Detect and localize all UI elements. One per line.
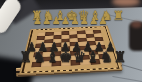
dark-chess-piece: ♛: [73, 45, 86, 65]
gold-pawn-rank-row: ♟♟♟♟♟♟♟♟: [33, 13, 108, 26]
dark-chess-piece: ♜: [113, 45, 126, 65]
gold-chess-piece: ♟: [89, 13, 98, 26]
dark-object-highlight: [131, 21, 142, 28]
gold-chess-piece: ♜: [113, 2, 125, 22]
gold-chess-piece: ♟: [33, 13, 42, 26]
photo-scene: ♜♞♝♚♛♝♞♜ ♟♟♟♟♟♟♟♟ ♟♟♟♟♟♟♟♟ ♜♞♝♚♛♝♞♜ Angl…: [0, 0, 142, 82]
gold-chess-piece: ♟: [61, 13, 70, 26]
gold-chess-piece: ♟: [52, 13, 61, 26]
dark-chess-piece: ♚: [59, 45, 72, 65]
dark-chess-piece: ♞: [100, 45, 113, 65]
dark-chess-piece: ♜: [19, 45, 32, 65]
dark-chess-piece: ♞: [32, 45, 45, 65]
gold-chess-piece: ♟: [71, 13, 80, 26]
gold-chess-piece: ♟: [99, 13, 108, 26]
gold-chess-piece: ♟: [80, 13, 89, 26]
dark-chess-piece: ♝: [46, 45, 59, 65]
dark-chess-piece: ♝: [86, 45, 99, 65]
gold-chess-piece: ♟: [42, 13, 51, 26]
dark-back-rank-row: ♜♞♝♚♛♝♞♜: [19, 45, 122, 65]
